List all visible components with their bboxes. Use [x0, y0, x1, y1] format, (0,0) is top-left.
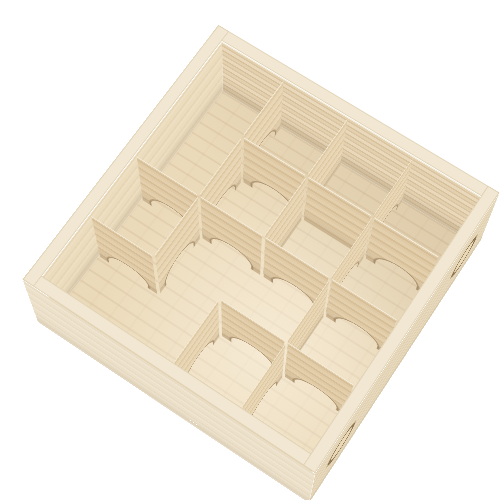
maze-box [55, 91, 465, 481]
scene [0, 0, 500, 500]
product-photo [0, 0, 500, 500]
